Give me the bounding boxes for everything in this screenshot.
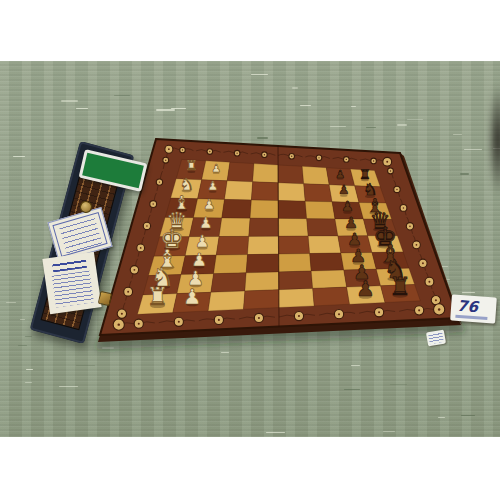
border-inlay-mark (435, 299, 437, 301)
white-knight-b1: ♞ (179, 175, 194, 194)
border-inlay-mark (416, 244, 418, 246)
border-inlay-mark (168, 148, 170, 150)
square-d4 (249, 218, 279, 236)
lot-tag: 76 (450, 294, 497, 323)
square-f6 (310, 253, 344, 271)
square-f4 (246, 254, 279, 273)
letterbox-bottom (0, 437, 500, 500)
border-inlay-mark (346, 159, 347, 160)
square-b5 (278, 183, 305, 201)
border-inlay-mark (138, 323, 140, 325)
square-e6 (308, 236, 341, 254)
border-inlay-mark (318, 157, 319, 158)
square-h3 (208, 291, 245, 311)
square-d3 (219, 218, 250, 237)
square-a4 (253, 164, 279, 183)
border-inlay-mark (386, 161, 388, 163)
square-g5 (279, 271, 313, 290)
border-inlay-mark (291, 156, 292, 157)
white-pawn-d2: ♟ (199, 214, 213, 232)
letterbox-top (0, 0, 500, 61)
square-h4 (244, 290, 279, 310)
square-f5 (279, 254, 312, 272)
border-inlay-mark (152, 203, 154, 205)
border-inlay-mark (418, 309, 420, 311)
border-inlay-mark (165, 159, 166, 160)
border-inlay-mark (438, 308, 440, 310)
white-pawn-a2: ♟ (211, 162, 221, 175)
white-pawn-c2: ♟ (203, 196, 215, 212)
lot-number: 76 (457, 297, 479, 316)
square-b6 (304, 184, 332, 202)
square-h5 (279, 288, 314, 307)
square-d6 (307, 219, 338, 236)
border-inlay-mark (338, 313, 340, 315)
border-inlay-mark (264, 154, 265, 155)
border-inlay-mark (258, 317, 260, 319)
border-inlay-mark (373, 160, 374, 161)
square-e4 (248, 236, 279, 254)
border-inlay-mark (378, 311, 380, 313)
white-pawn-b2: ♟ (207, 178, 218, 193)
square-a5 (278, 165, 304, 184)
border-inlay-mark (140, 247, 142, 249)
border-inlay-mark (298, 315, 300, 317)
certificate-text-lines (52, 212, 107, 257)
border-inlay-mark (409, 226, 411, 228)
square-b3 (225, 181, 253, 200)
border-inlay-mark (133, 269, 135, 271)
border-inlay-mark (218, 319, 220, 321)
rules-label (42, 252, 101, 315)
square-e5 (279, 236, 310, 254)
square-d5 (278, 218, 308, 236)
border-inlay-mark (146, 225, 148, 227)
black-pawn-c7: ♟ (341, 198, 353, 214)
border-inlay-mark (178, 321, 180, 323)
square-a6 (302, 166, 329, 185)
border-inlay-mark (121, 313, 123, 315)
border-inlay-mark (403, 207, 405, 209)
square-g4 (245, 272, 279, 291)
square-e3 (216, 236, 249, 255)
black-pawn-a7: ♟ (335, 168, 345, 181)
square-f3 (214, 255, 248, 274)
border-inlay-mark (428, 281, 430, 283)
square-c5 (278, 201, 306, 219)
border-inlay-mark (159, 181, 160, 182)
border-inlay-mark (236, 152, 237, 153)
border-inlay-mark (182, 149, 183, 150)
white-pawn-h2: ♟ (183, 284, 202, 309)
photo-background: ♜♟♟♜♞♟♟♞♝♟♟♝♛♟♟♛♚♟♟♚♝♟♟♝♞♟♟♞♜♟♟♜ 76 (0, 61, 500, 437)
rules-title-lines (52, 257, 87, 273)
square-a3 (227, 162, 254, 182)
border-inlay-mark (127, 291, 129, 293)
square-c6 (305, 201, 335, 219)
border-inlay-mark (396, 189, 397, 190)
black-pawn-b7: ♟ (338, 182, 349, 197)
border-inlay-mark (118, 323, 120, 325)
square-b4 (251, 182, 278, 201)
square-g3 (211, 273, 246, 293)
lot-tag-print (455, 315, 487, 320)
square-c4 (250, 200, 278, 218)
photo-frame: ♜♟♟♜♞♟♟♞♝♟♟♝♛♟♟♛♚♟♟♚♝♟♟♝♞♟♟♞♜♟♟♜ 76 (0, 0, 500, 500)
square-h6 (313, 287, 350, 306)
white-rook-a1: ♜ (185, 158, 197, 173)
price-sticker-text-lines (428, 332, 444, 344)
border-inlay-mark (209, 151, 210, 152)
black-rook-h8: ♜ (389, 272, 412, 301)
black-pawn-h7: ♟ (356, 276, 375, 301)
white-rook-h1: ♜ (146, 282, 169, 311)
rules-text-lines (52, 270, 94, 307)
border-inlay-mark (390, 170, 391, 171)
square-g6 (311, 270, 347, 288)
border-inlay-mark (422, 262, 424, 264)
square-c3 (222, 199, 252, 218)
